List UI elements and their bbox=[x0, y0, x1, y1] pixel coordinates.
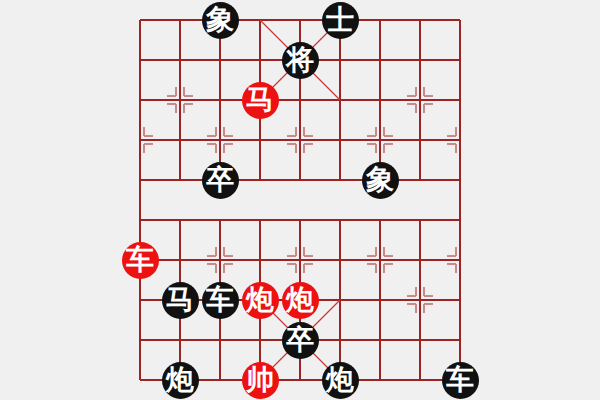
piece-red-general[interactable]: 帅 bbox=[242, 362, 279, 399]
piece-black-elephant[interactable]: 象 bbox=[202, 2, 239, 39]
piece-red-horse[interactable]: 马 bbox=[242, 82, 279, 119]
piece-black-elephant[interactable]: 象 bbox=[362, 162, 399, 199]
piece-black-general[interactable]: 将 bbox=[282, 42, 319, 79]
piece-black-pawn[interactable]: 卒 bbox=[282, 322, 319, 359]
piece-black-chariot[interactable]: 车 bbox=[202, 282, 239, 319]
piece-black-advisor[interactable]: 士 bbox=[322, 2, 359, 39]
piece-red-cannon[interactable]: 炮 bbox=[242, 282, 279, 319]
piece-black-horse[interactable]: 马 bbox=[162, 282, 199, 319]
piece-red-chariot[interactable]: 车 bbox=[122, 242, 159, 279]
piece-layer: 象士将马卒象车马车炮炮卒炮帅炮车 bbox=[120, 0, 480, 400]
piece-red-cannon[interactable]: 炮 bbox=[282, 282, 319, 319]
piece-black-cannon[interactable]: 炮 bbox=[322, 362, 359, 399]
piece-black-cannon[interactable]: 炮 bbox=[162, 362, 199, 399]
xiangqi-board: 象士将马卒象车马车炮炮卒炮帅炮车 bbox=[0, 0, 600, 400]
piece-black-chariot[interactable]: 车 bbox=[442, 362, 479, 399]
piece-black-pawn[interactable]: 卒 bbox=[202, 162, 239, 199]
